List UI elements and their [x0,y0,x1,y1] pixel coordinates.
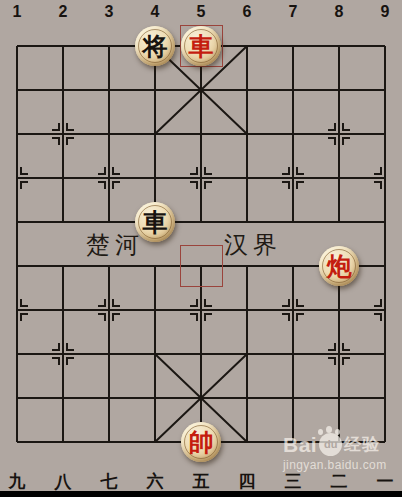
file-label-top-8: 8 [316,1,362,23]
file-label-top-6: 6 [224,1,270,23]
file-label-bottom-4: 六 [132,470,178,493]
red-cannon[interactable]: 炮 [319,246,359,286]
jingyan-brand-text: 经验 [344,436,380,453]
last-move-from-square [180,245,223,287]
file-label-bottom-9: 一 [362,470,402,493]
file-label-bottom-3: 七 [86,470,132,493]
file-label-top-5: 5 [178,1,224,23]
baidu-watermark: Bai du 经验 jingyan.baidu.com [283,433,387,471]
file-label-top-4: 4 [132,1,178,23]
file-label-bottom-2: 八 [40,470,86,493]
bottom-black-bar [0,491,402,497]
watermark-url-text: jingyan.baidu.com [283,459,387,471]
file-label-bottom-7: 三 [270,470,316,493]
paw-toe-icon [318,429,323,435]
baidu-logo-du-text: du [324,439,337,450]
top-file-labels: 123456789 [0,1,402,23]
black-general[interactable]: 将 [135,26,175,66]
red-chariot[interactable]: 車 [181,26,221,66]
file-label-top-9: 9 [362,1,402,23]
file-label-bottom-8: 二 [316,470,362,493]
file-label-top-2: 2 [40,1,86,23]
file-label-top-3: 3 [86,1,132,23]
black-chariot[interactable]: 車 [135,202,175,242]
red-general[interactable]: 帥 [181,422,221,462]
file-label-bottom-5: 五 [178,470,224,493]
baidu-logo-bai-text: Bai [283,434,317,455]
file-label-bottom-6: 四 [224,470,270,493]
baidu-logo: Bai du 经验 [283,433,387,456]
baidu-paw-icon: du [319,433,342,456]
file-label-bottom-1: 九 [0,470,40,493]
bottom-file-labels: 九八七六五四三二一 [0,470,402,492]
file-label-top-7: 7 [270,1,316,23]
xiangqi-board-screen: 123456789 楚河 汉界 将車車炮帥 九八七六五四三二一 Bai du 经… [0,0,402,497]
piece-grid: 将車車炮帥 [0,24,402,464]
paw-toe-icon [335,429,340,435]
file-label-top-1: 1 [0,1,40,23]
